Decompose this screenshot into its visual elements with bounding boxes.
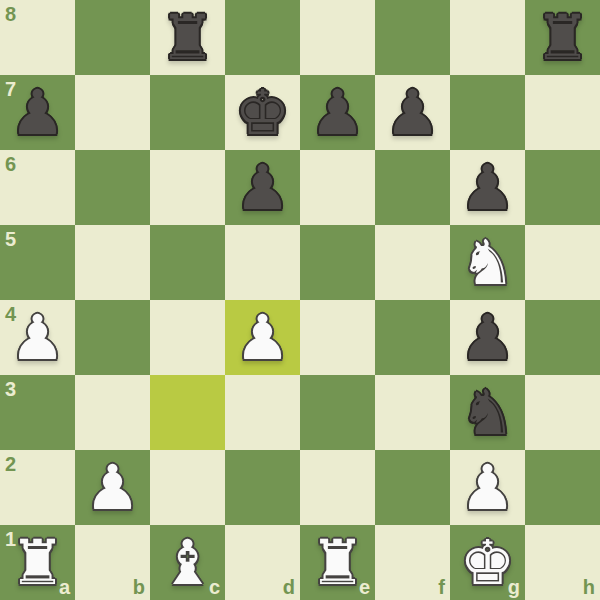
square-g5[interactable]: ♞ bbox=[450, 225, 525, 300]
square-g1[interactable]: g♚ bbox=[450, 525, 525, 600]
square-c7[interactable] bbox=[150, 75, 225, 150]
chess-board: 8♜♜7♟♚♟♟6♟♟5♞4♟♟♟3♞2♟♟1a♜bc♝de♜fg♚h bbox=[0, 0, 600, 600]
square-f8[interactable] bbox=[375, 0, 450, 75]
square-c1[interactable]: c♝ bbox=[150, 525, 225, 600]
square-g7[interactable] bbox=[450, 75, 525, 150]
black-pawn-piece[interactable]: ♟ bbox=[300, 75, 375, 150]
square-a6[interactable]: 6 bbox=[0, 150, 75, 225]
square-d3[interactable] bbox=[225, 375, 300, 450]
square-f4[interactable] bbox=[375, 300, 450, 375]
square-a1[interactable]: 1a♜ bbox=[0, 525, 75, 600]
square-f6[interactable] bbox=[375, 150, 450, 225]
white-rook-piece[interactable]: ♜ bbox=[0, 525, 75, 600]
square-b5[interactable] bbox=[75, 225, 150, 300]
square-a7[interactable]: 7♟ bbox=[0, 75, 75, 150]
square-b7[interactable] bbox=[75, 75, 150, 150]
square-f5[interactable] bbox=[375, 225, 450, 300]
square-d6[interactable]: ♟ bbox=[225, 150, 300, 225]
square-g8[interactable] bbox=[450, 0, 525, 75]
square-a4[interactable]: 4♟ bbox=[0, 300, 75, 375]
square-d1[interactable]: d bbox=[225, 525, 300, 600]
square-b1[interactable]: b bbox=[75, 525, 150, 600]
rank-label-2: 2 bbox=[5, 454, 16, 474]
square-b4[interactable] bbox=[75, 300, 150, 375]
white-pawn-piece[interactable]: ♟ bbox=[75, 450, 150, 525]
square-b6[interactable] bbox=[75, 150, 150, 225]
black-rook-piece[interactable]: ♜ bbox=[525, 0, 600, 75]
white-rook-piece[interactable]: ♜ bbox=[300, 525, 375, 600]
square-g3[interactable]: ♞ bbox=[450, 375, 525, 450]
square-h4[interactable] bbox=[525, 300, 600, 375]
file-label-f: f bbox=[438, 577, 445, 597]
white-king-piece[interactable]: ♚ bbox=[450, 525, 525, 600]
black-rook-piece[interactable]: ♜ bbox=[150, 0, 225, 75]
black-pawn-piece[interactable]: ♟ bbox=[450, 300, 525, 375]
square-b3[interactable] bbox=[75, 375, 150, 450]
square-a3[interactable]: 3 bbox=[0, 375, 75, 450]
file-label-d: d bbox=[283, 577, 295, 597]
square-h6[interactable] bbox=[525, 150, 600, 225]
black-knight-piece[interactable]: ♞ bbox=[450, 375, 525, 450]
square-g2[interactable]: ♟ bbox=[450, 450, 525, 525]
square-g6[interactable]: ♟ bbox=[450, 150, 525, 225]
square-a2[interactable]: 2 bbox=[0, 450, 75, 525]
square-e6[interactable] bbox=[300, 150, 375, 225]
square-c4[interactable] bbox=[150, 300, 225, 375]
black-king-piece[interactable]: ♚ bbox=[225, 75, 300, 150]
white-pawn-piece[interactable]: ♟ bbox=[450, 450, 525, 525]
square-b2[interactable]: ♟ bbox=[75, 450, 150, 525]
square-d4[interactable]: ♟ bbox=[225, 300, 300, 375]
square-a5[interactable]: 5 bbox=[0, 225, 75, 300]
black-pawn-piece[interactable]: ♟ bbox=[225, 150, 300, 225]
square-h2[interactable] bbox=[525, 450, 600, 525]
square-e2[interactable] bbox=[300, 450, 375, 525]
square-h5[interactable] bbox=[525, 225, 600, 300]
square-f3[interactable] bbox=[375, 375, 450, 450]
file-label-b: b bbox=[133, 577, 145, 597]
rank-label-6: 6 bbox=[5, 154, 16, 174]
rank-label-3: 3 bbox=[5, 379, 16, 399]
square-f2[interactable] bbox=[375, 450, 450, 525]
square-g4[interactable]: ♟ bbox=[450, 300, 525, 375]
square-e7[interactable]: ♟ bbox=[300, 75, 375, 150]
white-pawn-piece[interactable]: ♟ bbox=[225, 300, 300, 375]
square-h7[interactable] bbox=[525, 75, 600, 150]
square-h3[interactable] bbox=[525, 375, 600, 450]
white-bishop-piece[interactable]: ♝ bbox=[150, 525, 225, 600]
white-knight-piece[interactable]: ♞ bbox=[450, 225, 525, 300]
square-c2[interactable] bbox=[150, 450, 225, 525]
square-f7[interactable]: ♟ bbox=[375, 75, 450, 150]
square-e1[interactable]: e♜ bbox=[300, 525, 375, 600]
file-label-h: h bbox=[583, 577, 595, 597]
square-d7[interactable]: ♚ bbox=[225, 75, 300, 150]
square-c5[interactable] bbox=[150, 225, 225, 300]
square-c6[interactable] bbox=[150, 150, 225, 225]
black-pawn-piece[interactable]: ♟ bbox=[0, 75, 75, 150]
rank-label-8: 8 bbox=[5, 4, 16, 24]
square-e8[interactable] bbox=[300, 0, 375, 75]
square-d2[interactable] bbox=[225, 450, 300, 525]
black-pawn-piece[interactable]: ♟ bbox=[450, 150, 525, 225]
square-h1[interactable]: h bbox=[525, 525, 600, 600]
white-pawn-piece[interactable]: ♟ bbox=[0, 300, 75, 375]
black-pawn-piece[interactable]: ♟ bbox=[375, 75, 450, 150]
square-a8[interactable]: 8 bbox=[0, 0, 75, 75]
square-h8[interactable]: ♜ bbox=[525, 0, 600, 75]
square-e3[interactable] bbox=[300, 375, 375, 450]
square-c3[interactable] bbox=[150, 375, 225, 450]
square-d5[interactable] bbox=[225, 225, 300, 300]
square-f1[interactable]: f bbox=[375, 525, 450, 600]
square-c8[interactable]: ♜ bbox=[150, 0, 225, 75]
rank-label-5: 5 bbox=[5, 229, 16, 249]
square-b8[interactable] bbox=[75, 0, 150, 75]
square-d8[interactable] bbox=[225, 0, 300, 75]
square-e5[interactable] bbox=[300, 225, 375, 300]
square-e4[interactable] bbox=[300, 300, 375, 375]
